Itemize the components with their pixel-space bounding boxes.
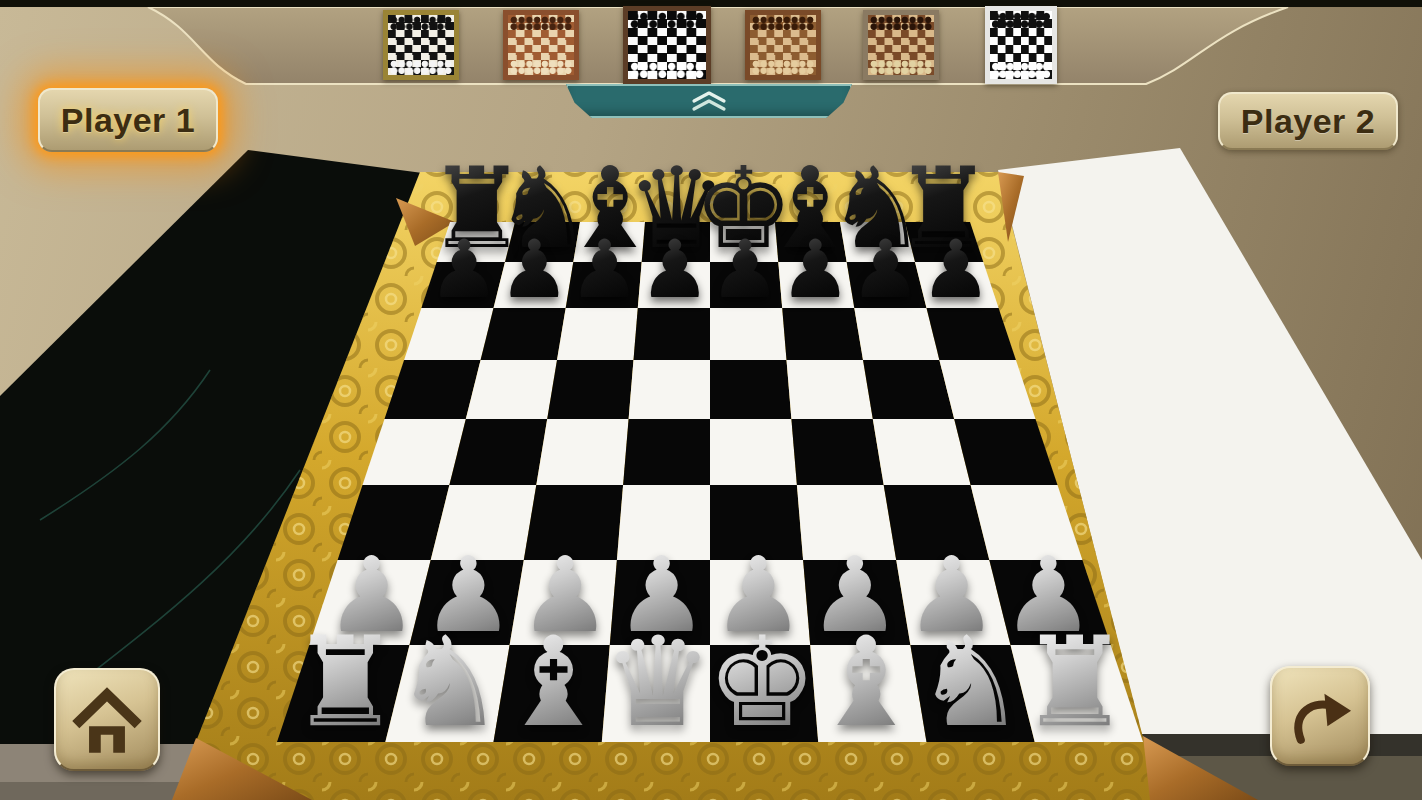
theme-thumbnail-walnut-cream[interactable] xyxy=(503,10,579,80)
theme-preview-white-pieces xyxy=(510,60,572,74)
square-g4[interactable] xyxy=(873,419,971,485)
double-chevron-up-icon xyxy=(686,90,732,112)
piece-black-pawn-a7[interactable]: ♟ xyxy=(428,230,500,310)
square-e5[interactable] xyxy=(710,360,791,419)
square-c5[interactable] xyxy=(547,360,633,419)
redo-button[interactable] xyxy=(1270,666,1370,766)
theme-preview-white-pieces xyxy=(870,60,932,74)
piece-white-king-e1[interactable]: ♚ xyxy=(707,620,818,744)
player1-plate: Player 1 xyxy=(38,88,218,152)
home-button[interactable] xyxy=(54,668,160,771)
theme-drawer-handle[interactable] xyxy=(566,84,852,118)
theme-thumbnail-stone-brown[interactable] xyxy=(863,10,939,80)
piece-white-bishop-c1[interactable]: ♝ xyxy=(498,620,609,744)
square-b5[interactable] xyxy=(466,360,557,419)
square-c4[interactable] xyxy=(536,419,628,485)
theme-preview-black-pieces xyxy=(630,12,703,28)
theme-preview-white-pieces xyxy=(630,62,703,78)
square-d5[interactable] xyxy=(629,360,710,419)
square-d4[interactable] xyxy=(623,419,710,485)
piece-white-knight-g1[interactable]: ♞ xyxy=(915,620,1026,744)
piece-black-pawn-e7[interactable]: ♟ xyxy=(709,230,781,310)
piece-black-pawn-d7[interactable]: ♟ xyxy=(639,230,711,310)
piece-black-pawn-h7[interactable]: ♟ xyxy=(920,230,992,310)
piece-white-queen-d1[interactable]: ♛ xyxy=(602,620,713,744)
redo-arrow-icon xyxy=(1283,679,1357,753)
theme-preview-black-pieces xyxy=(752,16,814,30)
theme-preview-white-pieces xyxy=(992,62,1050,78)
square-e4[interactable] xyxy=(710,419,797,485)
theme-thumbnail-dark-wood-bw[interactable] xyxy=(623,6,711,84)
theme-thumbnail-silver-bw[interactable] xyxy=(985,6,1057,84)
theme-thumbnail-brown-classic[interactable] xyxy=(745,10,821,80)
theme-preview-black-pieces xyxy=(510,16,572,30)
theme-preview-black-pieces xyxy=(390,16,452,30)
piece-black-pawn-c7[interactable]: ♟ xyxy=(569,230,641,310)
theme-thumbnail-gold-classic-bw[interactable] xyxy=(383,10,459,80)
square-g5[interactable] xyxy=(863,360,954,419)
piece-black-pawn-g7[interactable]: ♟ xyxy=(850,230,922,310)
piece-white-rook-a1[interactable]: ♜ xyxy=(290,620,401,744)
player2-label: Player 2 xyxy=(1241,102,1375,141)
piece-white-knight-b1[interactable]: ♞ xyxy=(394,620,505,744)
player1-label: Player 1 xyxy=(61,101,195,140)
theme-preview-white-pieces xyxy=(752,60,814,74)
theme-preview-black-pieces xyxy=(870,16,932,30)
square-f5[interactable] xyxy=(787,360,873,419)
piece-white-bishop-f1[interactable]: ♝ xyxy=(811,620,922,744)
piece-white-rook-h1[interactable]: ♜ xyxy=(1019,620,1130,744)
square-f4[interactable] xyxy=(791,419,883,485)
piece-black-pawn-b7[interactable]: ♟ xyxy=(499,230,571,310)
home-icon xyxy=(68,681,146,759)
theme-preview-black-pieces xyxy=(992,12,1050,28)
theme-preview-white-pieces xyxy=(390,60,452,74)
player2-plate: Player 2 xyxy=(1218,92,1398,150)
square-b4[interactable] xyxy=(449,419,547,485)
piece-black-pawn-f7[interactable]: ♟ xyxy=(780,230,852,310)
front-edge-left-dark xyxy=(0,782,197,800)
